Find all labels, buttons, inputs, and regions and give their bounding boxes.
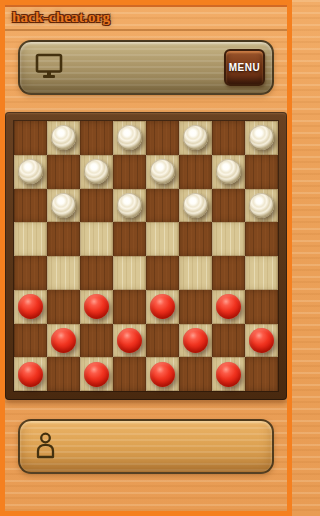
app-screen: hack-cheat.org MENU: [5, 5, 287, 511]
watermark-text: hack-cheat.org: [12, 7, 110, 27]
red-checker-piece[interactable]: [18, 362, 43, 387]
menu-button-label: MENU: [229, 62, 260, 73]
red-checker-piece[interactable]: [51, 328, 76, 353]
player-bar[interactable]: [18, 419, 274, 474]
monitor-icon: [34, 52, 64, 83]
white-checker-piece[interactable]: [51, 193, 76, 218]
square-r1c1: [47, 155, 80, 189]
square-r2c3[interactable]: [113, 189, 146, 223]
white-checker-piece[interactable]: [51, 125, 76, 150]
menu-button[interactable]: MENU: [224, 49, 265, 86]
red-checker-piece[interactable]: [150, 362, 175, 387]
square-r0c3[interactable]: [113, 121, 146, 155]
square-r1c2[interactable]: [80, 155, 113, 189]
square-r7c7: [245, 357, 278, 391]
square-r7c1: [47, 357, 80, 391]
square-r2c5[interactable]: [179, 189, 212, 223]
square-r4c3[interactable]: [113, 256, 146, 290]
square-r6c4: [146, 324, 179, 358]
square-r4c7[interactable]: [245, 256, 278, 290]
red-checker-piece[interactable]: [150, 294, 175, 319]
square-r3c4[interactable]: [146, 222, 179, 256]
square-r0c1[interactable]: [47, 121, 80, 155]
square-r1c0[interactable]: [14, 155, 47, 189]
square-r5c5: [179, 290, 212, 324]
white-checker-piece[interactable]: [84, 159, 109, 184]
square-r7c6[interactable]: [212, 357, 245, 391]
white-checker-piece[interactable]: [249, 125, 274, 150]
square-r6c7[interactable]: [245, 324, 278, 358]
square-r1c6[interactable]: [212, 155, 245, 189]
white-checker-piece[interactable]: [117, 125, 142, 150]
square-r2c2: [80, 189, 113, 223]
square-r0c4: [146, 121, 179, 155]
white-checker-piece[interactable]: [150, 159, 175, 184]
square-r7c3: [113, 357, 146, 391]
square-r6c0: [14, 324, 47, 358]
square-r1c7: [245, 155, 278, 189]
square-r7c5: [179, 357, 212, 391]
red-checker-piece[interactable]: [216, 362, 241, 387]
red-checker-piece[interactable]: [84, 362, 109, 387]
square-r3c2[interactable]: [80, 222, 113, 256]
red-checker-piece[interactable]: [18, 294, 43, 319]
square-r4c5[interactable]: [179, 256, 212, 290]
square-r3c5: [179, 222, 212, 256]
square-r6c6: [212, 324, 245, 358]
square-r0c5[interactable]: [179, 121, 212, 155]
square-r5c1: [47, 290, 80, 324]
square-r4c2: [80, 256, 113, 290]
square-r6c2: [80, 324, 113, 358]
square-r6c5[interactable]: [179, 324, 212, 358]
square-r3c1: [47, 222, 80, 256]
square-r5c6[interactable]: [212, 290, 245, 324]
white-checker-piece[interactable]: [183, 193, 208, 218]
square-r5c0[interactable]: [14, 290, 47, 324]
square-r6c1[interactable]: [47, 324, 80, 358]
red-checker-piece[interactable]: [216, 294, 241, 319]
square-r1c3: [113, 155, 146, 189]
red-checker-piece[interactable]: [183, 328, 208, 353]
square-r4c1[interactable]: [47, 256, 80, 290]
white-checker-piece[interactable]: [183, 125, 208, 150]
square-r0c0: [14, 121, 47, 155]
white-checker-piece[interactable]: [249, 193, 274, 218]
square-r2c0: [14, 189, 47, 223]
square-r0c7[interactable]: [245, 121, 278, 155]
square-r2c1[interactable]: [47, 189, 80, 223]
square-r5c4[interactable]: [146, 290, 179, 324]
square-r5c7: [245, 290, 278, 324]
square-r5c2[interactable]: [80, 290, 113, 324]
square-r0c2: [80, 121, 113, 155]
square-r2c7[interactable]: [245, 189, 278, 223]
square-r3c3: [113, 222, 146, 256]
square-r2c6: [212, 189, 245, 223]
white-checker-piece[interactable]: [18, 159, 43, 184]
top-toolbar: MENU: [18, 40, 274, 95]
square-r0c6: [212, 121, 245, 155]
red-checker-piece[interactable]: [249, 328, 274, 353]
square-r3c0[interactable]: [14, 222, 47, 256]
white-checker-piece[interactable]: [216, 159, 241, 184]
checkers-board: [5, 112, 287, 400]
square-r7c0[interactable]: [14, 357, 47, 391]
square-r3c7: [245, 222, 278, 256]
square-r1c4[interactable]: [146, 155, 179, 189]
square-r6c3[interactable]: [113, 324, 146, 358]
square-r5c3: [113, 290, 146, 324]
red-checker-piece[interactable]: [117, 328, 142, 353]
board-grid: [14, 121, 278, 391]
square-r3c6[interactable]: [212, 222, 245, 256]
square-r1c5: [179, 155, 212, 189]
square-r4c4: [146, 256, 179, 290]
white-checker-piece[interactable]: [117, 193, 142, 218]
square-r4c6: [212, 256, 245, 290]
red-checker-piece[interactable]: [84, 294, 109, 319]
square-r4c0: [14, 256, 47, 290]
square-r7c2[interactable]: [80, 357, 113, 391]
square-r2c4: [146, 189, 179, 223]
header-divider: [5, 29, 287, 31]
person-icon: [34, 431, 57, 463]
square-r7c4[interactable]: [146, 357, 179, 391]
